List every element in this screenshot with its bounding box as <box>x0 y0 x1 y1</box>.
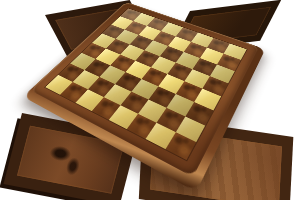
photo-stage <box>0 0 300 200</box>
